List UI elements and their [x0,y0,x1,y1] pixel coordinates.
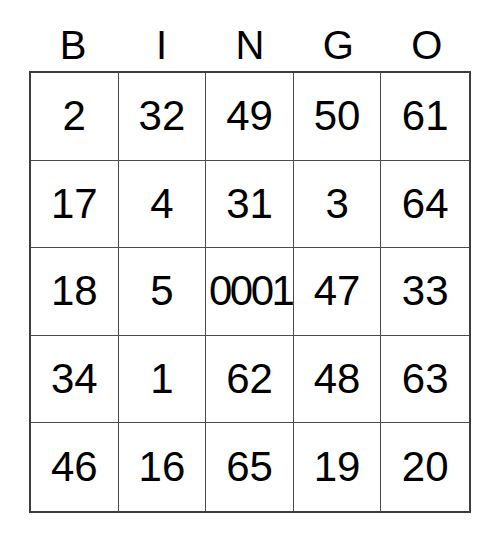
bingo-cell-r4c1[interactable]: 34 [31,336,119,424]
cell-number: 20 [402,446,449,488]
bingo-cell-r3c1[interactable]: 18 [31,248,119,336]
cell-number: 63 [402,358,449,400]
cell-number: 18 [51,270,98,312]
header-letter-i: I [156,25,167,65]
bingo-card: BINGO 2324950611743136418500014733341624… [0,0,500,544]
bingo-cell-r3c5[interactable]: 33 [381,248,469,336]
bingo-cell-r5c5[interactable]: 20 [381,423,469,511]
header-letter-n: N [236,25,265,65]
bingo-cell-r5c2[interactable]: 16 [119,423,207,511]
header-letter-b: B [60,25,87,65]
cell-number: 65 [226,446,273,488]
bingo-cell-r4c5[interactable]: 63 [381,336,469,424]
bingo-cell-r4c4[interactable]: 48 [294,336,382,424]
bingo-board: 2324950611743136418500014733341624863461… [29,71,471,513]
bingo-cell-r1c3[interactable]: 49 [206,73,294,161]
bingo-cell-r2c2[interactable]: 4 [119,161,207,249]
bingo-cell-r3c4[interactable]: 47 [294,248,382,336]
cell-number: 17 [51,183,98,225]
cell-number: 0001 [207,270,293,312]
bingo-cell-r4c3[interactable]: 62 [206,336,294,424]
bingo-cell-r5c3[interactable]: 65 [206,423,294,511]
cell-number: 48 [314,358,361,400]
cell-number: 5 [150,270,173,312]
cell-number: 32 [139,95,186,137]
cell-number: 34 [51,358,98,400]
bingo-cell-r2c1[interactable]: 17 [31,161,119,249]
cell-number: 2 [63,95,86,137]
cell-number: 49 [226,95,273,137]
bingo-header: BINGO [29,0,471,71]
bingo-cell-r2c5[interactable]: 64 [381,161,469,249]
cell-number: 19 [314,446,361,488]
cell-number: 47 [314,270,361,312]
bingo-cell-r2c4[interactable]: 3 [294,161,382,249]
bingo-cell-r4c2[interactable]: 1 [119,336,207,424]
cell-number: 4 [150,183,173,225]
cell-number: 3 [325,183,348,225]
bingo-cell-r1c1[interactable]: 2 [31,73,119,161]
cell-number: 50 [314,95,361,137]
cell-number: 64 [402,183,449,225]
cell-number: 46 [51,446,98,488]
cell-number: 16 [139,446,186,488]
cell-number: 31 [226,183,273,225]
cell-number: 62 [226,358,273,400]
bingo-cell-r3c3[interactable]: 0001 [206,248,294,336]
cell-number: 61 [402,95,449,137]
bingo-cell-r3c2[interactable]: 5 [119,248,207,336]
header-letter-o: O [411,25,442,65]
cell-number: 33 [402,270,449,312]
bingo-cell-r5c4[interactable]: 19 [294,423,382,511]
bingo-cell-r5c1[interactable]: 46 [31,423,119,511]
cell-number: 1 [150,358,173,400]
bingo-cell-r1c5[interactable]: 61 [381,73,469,161]
header-letter-g: G [323,25,354,65]
bingo-cell-r2c3[interactable]: 31 [206,161,294,249]
bingo-cell-r1c4[interactable]: 50 [294,73,382,161]
bingo-cell-r1c2[interactable]: 32 [119,73,207,161]
